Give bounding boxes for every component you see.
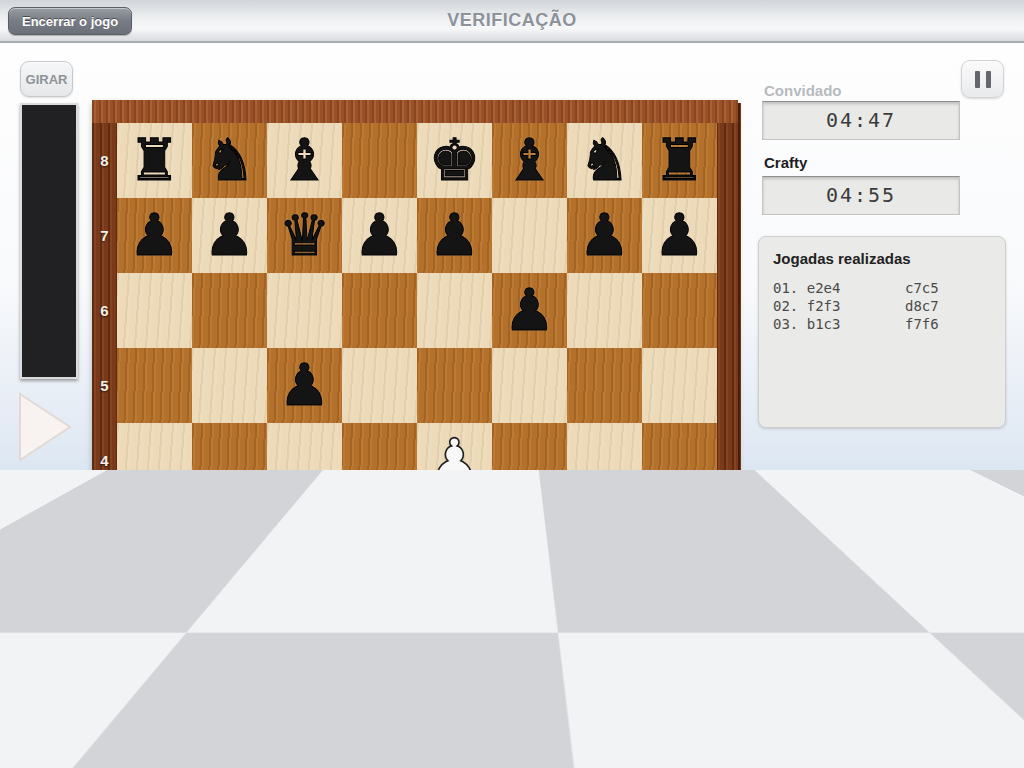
captured-pieces-tray-white [22,473,79,749]
square-a6[interactable] [117,273,192,348]
square-f7[interactable] [492,198,567,273]
file-label-g: g [567,723,642,755]
rotate-board-button[interactable]: GIRAR [20,61,73,97]
black-pawn-h7: ♟ [642,198,717,273]
player-name-engine: Crafty [764,154,807,171]
square-c5[interactable]: ♟ [267,348,342,423]
black-pawn-g7: ♟ [567,198,642,273]
player-name-guest: Convidado [764,82,842,99]
square-b1[interactable] [192,648,267,723]
white-pawn-g2: ♟ [567,573,642,648]
move-black: f7f6 [905,315,939,333]
square-h5[interactable] [642,348,717,423]
square-b5[interactable] [192,348,267,423]
white-pawn-b2: ♟ [192,573,267,648]
move-row: 03. b1c3f7f6 [773,315,991,333]
square-f2[interactable] [492,573,567,648]
square-a7[interactable]: ♟ [117,198,192,273]
square-c7[interactable]: ♛ [267,198,342,273]
square-g8[interactable]: ♞ [567,123,642,198]
square-d1[interactable]: ♛ [342,648,417,723]
square-a2[interactable]: ♟ [117,573,192,648]
file-label-d: d [342,723,417,755]
black-queen-c7: ♛ [267,198,342,273]
square-c1[interactable]: ♝ [267,648,342,723]
file-label-a: a [117,723,192,755]
square-e2[interactable] [417,573,492,648]
white-knight-g1: ♞ [567,648,642,723]
square-d3[interactable] [342,498,417,573]
square-c6[interactable] [267,273,342,348]
white-king-e1: ♚ [417,648,492,723]
rank-label-7: 7 [92,198,117,273]
square-d2[interactable]: ♟ [342,573,417,648]
square-d6[interactable] [342,273,417,348]
square-d5[interactable] [342,348,417,423]
black-pawn-d7: ♟ [342,198,417,273]
rank-labels: 87654321 [92,123,117,723]
top-bar: Encerrar o jogo VERIFICAÇÃO [0,0,1024,43]
move-row: 01. e2e4c7c5 [773,279,991,297]
square-h6[interactable] [642,273,717,348]
square-h3[interactable] [642,498,717,573]
square-b4[interactable] [192,423,267,498]
board-squares: ♜♞♝♚♝♞♜♟♟♛♟♟♟♟♟♟♟♞♟♟♟♟♟♟♟♜♝♛♚♝♞♜ [117,123,717,723]
square-e7[interactable]: ♟ [417,198,492,273]
rank-label-2: 2 [92,573,117,648]
square-g3[interactable] [567,498,642,573]
square-h1[interactable]: ♜ [642,648,717,723]
square-c3[interactable]: ♞ [267,498,342,573]
white-rook-h1: ♜ [642,648,717,723]
rank-label-3: 3 [92,498,117,573]
rank-label-1: 1 [92,648,117,723]
move-white: 02. f2f3 [773,297,905,315]
square-c8[interactable]: ♝ [267,123,342,198]
board-frame-top [92,100,738,123]
square-a5[interactable] [117,348,192,423]
square-e1[interactable]: ♚ [417,648,492,723]
file-label-h: h [642,723,717,755]
file-label-b: b [192,723,267,755]
white-pawn-c2: ♟ [267,573,342,648]
black-pawn-c5: ♟ [267,348,342,423]
black-knight-g8: ♞ [567,123,642,198]
play-icon[interactable] [17,391,73,467]
move-white: 01. e2e4 [773,279,905,297]
black-pawn-f6: ♟ [492,273,567,348]
black-bishop-c8: ♝ [267,123,342,198]
square-h4[interactable] [642,423,717,498]
square-g1[interactable]: ♞ [567,648,642,723]
square-c4[interactable] [267,423,342,498]
square-d7[interactable]: ♟ [342,198,417,273]
white-pawn-d2: ♟ [342,573,417,648]
moves-panel: Jogadas realizadas 01. e2e4c7c502. f2f3d… [758,236,1006,428]
square-h2[interactable]: ♟ [642,573,717,648]
square-b3[interactable] [192,498,267,573]
square-f5[interactable] [492,348,567,423]
captured-pieces-tray-black [20,103,78,379]
file-label-c: c [267,723,342,755]
black-pawn-a7: ♟ [117,198,192,273]
back-arrow-icon [773,705,801,739]
new-game-button[interactable]: Novo Jogo [787,517,978,592]
rank-label-4: 4 [92,423,117,498]
square-g6[interactable] [567,273,642,348]
square-f3[interactable]: ♟ [492,498,567,573]
clock-engine: 04:55 [762,176,960,215]
square-d4[interactable] [342,423,417,498]
black-rook-a8: ♜ [117,123,192,198]
pause-icon [986,71,991,88]
square-f6[interactable]: ♟ [492,273,567,348]
black-king-e8: ♚ [417,123,492,198]
file-label-f: f [492,723,567,755]
white-bishop-f1: ♝ [492,648,567,723]
rank-label-5: 5 [92,348,117,423]
rank-label-6: 6 [92,273,117,348]
white-pawn-h2: ♟ [642,573,717,648]
square-a1[interactable]: ♜ [117,648,192,723]
file-label-e: e [417,723,492,755]
square-f8[interactable]: ♝ [492,123,567,198]
white-pawn-e4: ♟ [417,423,492,498]
move-white: 03. b1c3 [773,315,905,333]
square-e3[interactable] [417,498,492,573]
rank-label-8: 8 [92,123,117,198]
square-g5[interactable] [567,348,642,423]
black-rook-h8: ♜ [642,123,717,198]
square-f4[interactable] [492,423,567,498]
square-f1[interactable]: ♝ [492,648,567,723]
chess-app: Encerrar o jogo VERIFICAÇÃO GIRAR 876543… [0,0,1024,768]
square-a8[interactable]: ♜ [117,123,192,198]
square-c2[interactable]: ♟ [267,573,342,648]
white-rook-a1: ♜ [117,648,192,723]
square-b2[interactable]: ♟ [192,573,267,648]
square-g2[interactable]: ♟ [567,573,642,648]
white-knight-c3: ♞ [267,498,342,573]
square-a4[interactable] [117,423,192,498]
move-count-badge: 3 [747,684,775,712]
square-h8[interactable]: ♜ [642,123,717,198]
moves-panel-title: Jogadas realizadas [773,250,991,267]
clock-guest: 04:47 [762,101,960,140]
square-a3[interactable] [117,498,192,573]
square-e6[interactable] [417,273,492,348]
black-pawn-e7: ♟ [417,198,492,273]
chess-board: 87654321 ♜♞♝♚♝♞♜♟♟♛♟♟♟♟♟♟♟♞♟♟♟♟♟♟♟♜♝♛♚♝♞… [92,100,738,755]
square-d8[interactable] [342,123,417,198]
pause-icon [975,71,980,88]
next-move-button[interactable] [948,692,1006,748]
square-e5[interactable] [417,348,492,423]
black-pawn-b7: ♟ [192,198,267,273]
white-queen-d1: ♛ [342,648,417,723]
square-g4[interactable] [567,423,642,498]
square-g7[interactable]: ♟ [567,198,642,273]
black-knight-b8: ♞ [192,123,267,198]
square-b7[interactable]: ♟ [192,198,267,273]
white-bishop-c1: ♝ [267,648,342,723]
white-pawn-a2: ♟ [117,573,192,648]
square-b8[interactable]: ♞ [192,123,267,198]
square-b6[interactable] [192,273,267,348]
square-h7[interactable]: ♟ [642,198,717,273]
square-e4[interactable]: ♟ [417,423,492,498]
white-pawn-f3: ♟ [492,498,567,573]
page-title: VERIFICAÇÃO [0,0,1024,41]
black-bishop-f8: ♝ [492,123,567,198]
move-black: c7c5 [905,279,939,297]
pause-button[interactable] [961,60,1004,98]
forward-arrow-icon [963,703,991,737]
moves-list: 01. e2e4c7c502. f2f3d8c703. b1c3f7f6 [773,279,991,333]
square-e8[interactable]: ♚ [417,123,492,198]
move-black: d8c7 [905,297,939,315]
move-row: 02. f2f3d8c7 [773,297,991,315]
file-labels: abcdefgh [117,723,717,755]
